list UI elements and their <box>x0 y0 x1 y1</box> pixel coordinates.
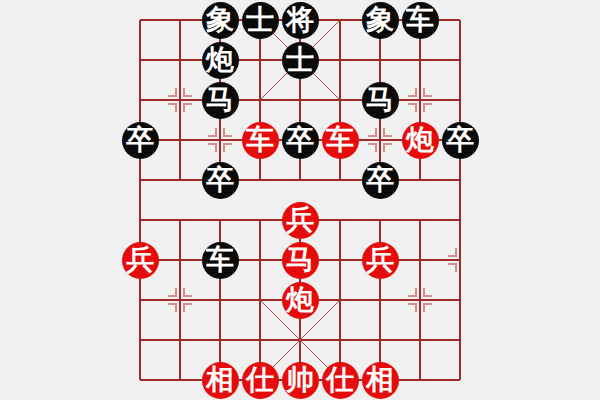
piece-red-advisor[interactable]: 仕 <box>320 360 360 400</box>
piece-glyph: 卒 <box>442 122 479 159</box>
piece-black-elephant[interactable]: 象 <box>360 0 400 40</box>
piece-glyph: 士 <box>242 2 279 39</box>
piece-glyph: 兵 <box>362 242 399 279</box>
piece-glyph: 士 <box>282 42 319 79</box>
piece-red-advisor[interactable]: 仕 <box>240 360 280 400</box>
piece-glyph: 仕 <box>242 362 279 399</box>
piece-glyph: 相 <box>202 362 239 399</box>
piece-black-horse[interactable]: 马 <box>360 80 400 120</box>
piece-black-advisor[interactable]: 士 <box>280 40 320 80</box>
piece-glyph: 兵 <box>122 242 159 279</box>
piece-glyph: 卒 <box>362 162 399 199</box>
xiangqi-board[interactable]: 象士将象车炮士马马卒车卒车炮卒卒卒兵兵车马兵炮相仕帅仕相 <box>0 0 600 400</box>
piece-red-cannon[interactable]: 炮 <box>400 120 440 160</box>
piece-glyph: 车 <box>322 122 359 159</box>
piece-red-horse[interactable]: 马 <box>280 240 320 280</box>
piece-red-soldier[interactable]: 兵 <box>280 200 320 240</box>
piece-red-elephant[interactable]: 相 <box>200 360 240 400</box>
piece-glyph: 马 <box>202 82 239 119</box>
piece-black-general[interactable]: 将 <box>280 0 320 40</box>
piece-red-chariot[interactable]: 车 <box>240 120 280 160</box>
piece-glyph: 炮 <box>202 42 239 79</box>
piece-glyph: 马 <box>362 82 399 119</box>
piece-glyph: 卒 <box>202 162 239 199</box>
piece-glyph: 卒 <box>122 122 159 159</box>
piece-glyph: 象 <box>202 2 239 39</box>
piece-glyph: 车 <box>402 2 439 39</box>
piece-black-chariot[interactable]: 车 <box>400 0 440 40</box>
piece-red-elephant[interactable]: 相 <box>360 360 400 400</box>
piece-black-soldier[interactable]: 卒 <box>360 160 400 200</box>
piece-red-general[interactable]: 帅 <box>280 360 320 400</box>
piece-black-soldier[interactable]: 卒 <box>440 120 480 160</box>
piece-glyph: 炮 <box>282 282 319 319</box>
piece-glyph: 兵 <box>282 202 319 239</box>
piece-glyph: 车 <box>242 122 279 159</box>
piece-red-chariot[interactable]: 车 <box>320 120 360 160</box>
piece-glyph: 马 <box>282 242 319 279</box>
piece-glyph: 卒 <box>282 122 319 159</box>
piece-black-chariot[interactable]: 车 <box>200 240 240 280</box>
piece-glyph: 炮 <box>402 122 439 159</box>
piece-black-advisor[interactable]: 士 <box>240 0 280 40</box>
piece-layer: 象士将象车炮士马马卒车卒车炮卒卒卒兵兵车马兵炮相仕帅仕相 <box>120 0 480 400</box>
piece-black-elephant[interactable]: 象 <box>200 0 240 40</box>
piece-black-horse[interactable]: 马 <box>200 80 240 120</box>
piece-red-soldier[interactable]: 兵 <box>120 240 160 280</box>
piece-black-cannon[interactable]: 炮 <box>200 40 240 80</box>
piece-black-soldier[interactable]: 卒 <box>280 120 320 160</box>
piece-red-soldier[interactable]: 兵 <box>360 240 400 280</box>
piece-glyph: 象 <box>362 2 399 39</box>
piece-glyph: 车 <box>202 242 239 279</box>
piece-glyph: 将 <box>282 2 319 39</box>
piece-red-cannon[interactable]: 炮 <box>280 280 320 320</box>
piece-glyph: 相 <box>362 362 399 399</box>
piece-black-soldier[interactable]: 卒 <box>200 160 240 200</box>
piece-glyph: 帅 <box>282 362 319 399</box>
piece-glyph: 仕 <box>322 362 359 399</box>
piece-black-soldier[interactable]: 卒 <box>120 120 160 160</box>
